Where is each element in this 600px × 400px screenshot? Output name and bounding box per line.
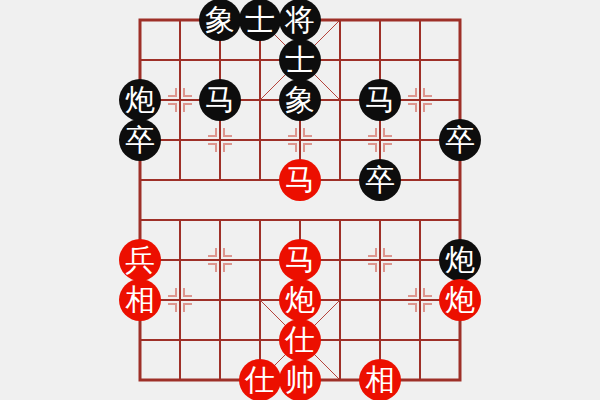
point-f2r8[interactable] [160,320,200,360]
point-f7r8[interactable] [360,320,400,360]
point-f9r0[interactable] [440,0,480,40]
point-f6r3[interactable] [320,120,360,160]
point-f2r3[interactable] [160,120,200,160]
piece-black-horse[interactable]: 马 [199,79,241,121]
point-f8r9[interactable] [400,360,440,400]
point-f6r1[interactable] [320,40,360,80]
piece-black-elephant[interactable]: 象 [279,79,321,121]
point-f3r6[interactable] [200,240,240,280]
point-f4r2[interactable] [240,80,280,120]
piece-black-cannon[interactable]: 炮 [119,79,161,121]
point-f9r5[interactable] [440,200,480,240]
piece-black-soldier[interactable]: 卒 [439,119,481,161]
piece-black-advisor[interactable]: 士 [279,39,321,81]
point-f9r8[interactable] [440,320,480,360]
piece-black-cannon[interactable]: 炮 [439,239,481,281]
point-f2r0[interactable] [160,0,200,40]
point-f3r8[interactable] [200,320,240,360]
point-f3r3[interactable] [200,120,240,160]
point-f3r4[interactable] [200,160,240,200]
point-f1r8[interactable] [120,320,160,360]
point-f7r0[interactable] [360,0,400,40]
point-f1r4[interactable] [120,160,160,200]
piece-black-horse[interactable]: 马 [359,79,401,121]
piece-red-horse[interactable]: 马 [279,159,321,201]
piece-red-advisor[interactable]: 仕 [279,319,321,361]
piece-black-soldier[interactable]: 卒 [359,159,401,201]
point-f7r5[interactable] [360,200,400,240]
point-f9r1[interactable] [440,40,480,80]
point-f8r6[interactable] [400,240,440,280]
point-f2r9[interactable] [160,360,200,400]
piece-red-advisor[interactable]: 仕 [239,359,281,400]
point-f8r7[interactable] [400,280,440,320]
point-f6r9[interactable] [320,360,360,400]
point-f9r9[interactable] [440,360,480,400]
point-f6r7[interactable] [320,280,360,320]
point-f9r2[interactable] [440,80,480,120]
piece-red-cannon[interactable]: 炮 [279,279,321,321]
point-f1r0[interactable] [120,0,160,40]
xiangqi-board: 象士将士炮马象马卒卒马卒兵马炮相炮炮仕仕帅相 [120,0,480,400]
piece-red-elephant[interactable]: 相 [359,359,401,400]
point-f1r1[interactable] [120,40,160,80]
piece-red-cannon[interactable]: 炮 [439,279,481,321]
point-f6r0[interactable] [320,0,360,40]
point-f8r2[interactable] [400,80,440,120]
piece-black-advisor[interactable]: 士 [239,0,281,41]
point-f2r2[interactable] [160,80,200,120]
piece-black-elephant[interactable]: 象 [199,0,241,41]
point-f6r8[interactable] [320,320,360,360]
point-f8r3[interactable] [400,120,440,160]
point-f3r1[interactable] [200,40,240,80]
point-f8r1[interactable] [400,40,440,80]
point-f7r6[interactable] [360,240,400,280]
point-f6r4[interactable] [320,160,360,200]
point-f6r5[interactable] [320,200,360,240]
point-f2r5[interactable] [160,200,200,240]
point-f3r7[interactable] [200,280,240,320]
point-f2r6[interactable] [160,240,200,280]
point-f7r7[interactable] [360,280,400,320]
point-f4r5[interactable] [240,200,280,240]
point-f9r4[interactable] [440,160,480,200]
point-f4r8[interactable] [240,320,280,360]
point-f8r4[interactable] [400,160,440,200]
point-f8r5[interactable] [400,200,440,240]
piece-black-general[interactable]: 将 [279,0,321,41]
piece-red-elephant[interactable]: 相 [119,279,161,321]
point-f8r8[interactable] [400,320,440,360]
point-f2r4[interactable] [160,160,200,200]
point-f4r6[interactable] [240,240,280,280]
point-f2r7[interactable] [160,280,200,320]
point-f3r5[interactable] [200,200,240,240]
point-f8r0[interactable] [400,0,440,40]
point-f4r7[interactable] [240,280,280,320]
piece-red-soldier[interactable]: 兵 [119,239,161,281]
point-f5r5[interactable] [280,200,320,240]
point-f5r3[interactable] [280,120,320,160]
screenshot-root: 象士将士炮马象马卒卒马卒兵马炮相炮炮仕仕帅相 [0,0,600,400]
point-f3r9[interactable] [200,360,240,400]
point-f4r3[interactable] [240,120,280,160]
point-f6r2[interactable] [320,80,360,120]
point-f1r5[interactable] [120,200,160,240]
point-f7r1[interactable] [360,40,400,80]
piece-red-general[interactable]: 帅 [279,359,321,400]
point-f1r9[interactable] [120,360,160,400]
point-f7r3[interactable] [360,120,400,160]
point-f4r4[interactable] [240,160,280,200]
point-f4r1[interactable] [240,40,280,80]
piece-red-horse[interactable]: 马 [279,239,321,281]
point-f6r6[interactable] [320,240,360,280]
piece-black-soldier[interactable]: 卒 [119,119,161,161]
point-f2r1[interactable] [160,40,200,80]
